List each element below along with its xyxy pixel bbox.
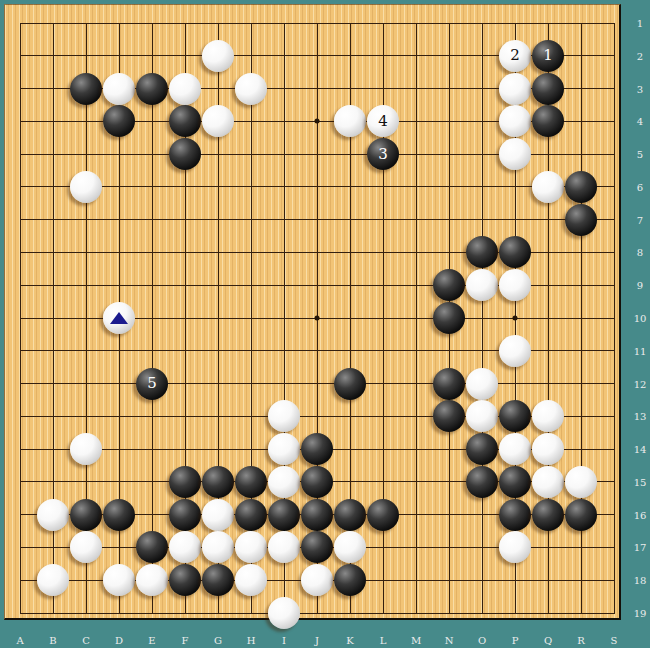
stone-D3[interactable]	[103, 73, 135, 105]
stone-G4[interactable]	[202, 105, 234, 137]
stone-J18[interactable]	[301, 564, 333, 596]
board-overlay: 21435ABCDEFGHIJKLMNOPQRS1234567891011121…	[0, 0, 650, 648]
stone-J16[interactable]	[301, 499, 333, 531]
stone-H17[interactable]	[235, 531, 267, 563]
stone-I19[interactable]	[268, 597, 300, 629]
row-label-5: 5	[637, 149, 643, 160]
stone-P8[interactable]	[499, 236, 531, 268]
col-label-G: G	[214, 635, 222, 646]
stone-H18[interactable]	[235, 564, 267, 596]
stone-K4[interactable]	[334, 105, 366, 137]
row-label-13: 13	[634, 411, 647, 422]
stone-Q4[interactable]	[532, 105, 564, 137]
col-label-M: M	[411, 635, 421, 646]
stone-F5[interactable]	[169, 138, 201, 170]
row-label-11: 11	[634, 345, 647, 356]
row-label-4: 4	[637, 116, 643, 127]
row-label-12: 12	[634, 378, 647, 389]
row-label-17: 17	[634, 542, 647, 553]
move-number-label: 2	[510, 48, 520, 63]
row-label-1: 1	[637, 18, 643, 29]
stone-N13[interactable]	[433, 400, 465, 432]
stone-P13[interactable]	[499, 400, 531, 432]
col-label-H: H	[247, 635, 256, 646]
stone-I14[interactable]	[268, 433, 300, 465]
stone-E3[interactable]	[136, 73, 168, 105]
row-label-2: 2	[637, 50, 643, 61]
col-label-O: O	[478, 635, 486, 646]
col-label-Q: Q	[544, 635, 552, 646]
stone-E18[interactable]	[136, 564, 168, 596]
stone-R6[interactable]	[565, 171, 597, 203]
col-label-J: J	[315, 635, 319, 646]
row-label-7: 7	[637, 214, 643, 225]
stone-F4[interactable]	[169, 105, 201, 137]
stone-I13[interactable]	[268, 400, 300, 432]
stone-Q3[interactable]	[532, 73, 564, 105]
stone-N10[interactable]	[433, 302, 465, 334]
star-point	[315, 119, 320, 124]
col-label-B: B	[49, 635, 56, 646]
stone-C17[interactable]	[70, 531, 102, 563]
stone-O15[interactable]	[466, 466, 498, 498]
stone-R15[interactable]	[565, 466, 597, 498]
stone-H15[interactable]	[235, 466, 267, 498]
stone-H3[interactable]	[235, 73, 267, 105]
stone-L4[interactable]: 4	[367, 105, 399, 137]
stone-O12[interactable]	[466, 368, 498, 400]
stone-O13[interactable]	[466, 400, 498, 432]
stone-D4[interactable]	[103, 105, 135, 137]
move-number-label: 5	[147, 376, 157, 391]
stone-C14[interactable]	[70, 433, 102, 465]
move-number-label: 1	[543, 48, 553, 63]
row-label-15: 15	[634, 476, 647, 487]
row-label-14: 14	[634, 444, 647, 455]
grid-line	[20, 186, 615, 187]
col-label-K: K	[346, 635, 353, 646]
stone-P16[interactable]	[499, 499, 531, 531]
col-label-S: S	[611, 635, 618, 646]
stone-P4[interactable]	[499, 105, 531, 137]
stone-F15[interactable]	[169, 466, 201, 498]
stone-C3[interactable]	[70, 73, 102, 105]
col-label-C: C	[82, 635, 90, 646]
star-point	[513, 316, 518, 321]
stone-I16[interactable]	[268, 499, 300, 531]
stone-P3[interactable]	[499, 73, 531, 105]
stone-R16[interactable]	[565, 499, 597, 531]
go-board-screenshot: 21435ABCDEFGHIJKLMNOPQRS1234567891011121…	[0, 0, 650, 648]
stone-L5[interactable]: 3	[367, 138, 399, 170]
move-number-label: 3	[378, 147, 388, 162]
stone-P15[interactable]	[499, 466, 531, 498]
stone-G2[interactable]	[202, 40, 234, 72]
stone-P5[interactable]	[499, 138, 531, 170]
stone-P2[interactable]: 2	[499, 40, 531, 72]
stone-Q6[interactable]	[532, 171, 564, 203]
stone-Q14[interactable]	[532, 433, 564, 465]
stone-O9[interactable]	[466, 269, 498, 301]
grid-line	[20, 613, 615, 614]
stone-F18[interactable]	[169, 564, 201, 596]
stone-P17[interactable]	[499, 531, 531, 563]
row-label-3: 3	[637, 83, 643, 94]
stone-C6[interactable]	[70, 171, 102, 203]
row-label-10: 10	[634, 313, 647, 324]
stone-E12[interactable]: 5	[136, 368, 168, 400]
stone-H16[interactable]	[235, 499, 267, 531]
grid-line	[20, 219, 615, 220]
col-label-D: D	[115, 635, 123, 646]
stone-G17[interactable]	[202, 531, 234, 563]
stone-N9[interactable]	[433, 269, 465, 301]
star-point	[315, 316, 320, 321]
col-label-A: A	[16, 635, 23, 646]
col-label-E: E	[148, 635, 155, 646]
col-label-F: F	[182, 635, 189, 646]
move-number-label: 4	[378, 114, 388, 129]
stone-I17[interactable]	[268, 531, 300, 563]
row-label-16: 16	[634, 509, 647, 520]
stone-F3[interactable]	[169, 73, 201, 105]
row-label-8: 8	[637, 247, 643, 258]
stone-G18[interactable]	[202, 564, 234, 596]
grid-line	[20, 383, 615, 384]
stone-Q16[interactable]	[532, 499, 564, 531]
grid-line	[20, 23, 615, 24]
stone-J15[interactable]	[301, 466, 333, 498]
stone-P9[interactable]	[499, 269, 531, 301]
stone-Q13[interactable]	[532, 400, 564, 432]
col-label-L: L	[380, 635, 387, 646]
stone-D16[interactable]	[103, 499, 135, 531]
triangle-mark-icon	[110, 312, 128, 324]
stone-D18[interactable]	[103, 564, 135, 596]
stone-F17[interactable]	[169, 531, 201, 563]
stone-K17[interactable]	[334, 531, 366, 563]
row-label-9: 9	[637, 280, 643, 291]
stone-L16[interactable]	[367, 499, 399, 531]
stone-K16[interactable]	[334, 499, 366, 531]
stone-P11[interactable]	[499, 335, 531, 367]
stone-O8[interactable]	[466, 236, 498, 268]
stone-I15[interactable]	[268, 466, 300, 498]
stone-G16[interactable]	[202, 499, 234, 531]
stone-B16[interactable]	[37, 499, 69, 531]
stone-E17[interactable]	[136, 531, 168, 563]
col-label-I: I	[282, 635, 286, 646]
stone-Q2[interactable]: 1	[532, 40, 564, 72]
stone-Q15[interactable]	[532, 466, 564, 498]
stone-F16[interactable]	[169, 499, 201, 531]
row-label-18: 18	[634, 575, 647, 586]
stone-P14[interactable]	[499, 433, 531, 465]
stone-B18[interactable]	[37, 564, 69, 596]
stone-J17[interactable]	[301, 531, 333, 563]
stone-K18[interactable]	[334, 564, 366, 596]
stone-O14[interactable]	[466, 433, 498, 465]
col-label-R: R	[577, 635, 585, 646]
stone-D10[interactable]	[103, 302, 135, 334]
stone-J14[interactable]	[301, 433, 333, 465]
row-label-6: 6	[637, 181, 643, 192]
col-label-N: N	[445, 635, 454, 646]
stone-N12[interactable]	[433, 368, 465, 400]
stone-C16[interactable]	[70, 499, 102, 531]
stone-G15[interactable]	[202, 466, 234, 498]
col-label-P: P	[512, 635, 519, 646]
stone-K12[interactable]	[334, 368, 366, 400]
row-label-19: 19	[634, 608, 647, 619]
stone-R7[interactable]	[565, 204, 597, 236]
